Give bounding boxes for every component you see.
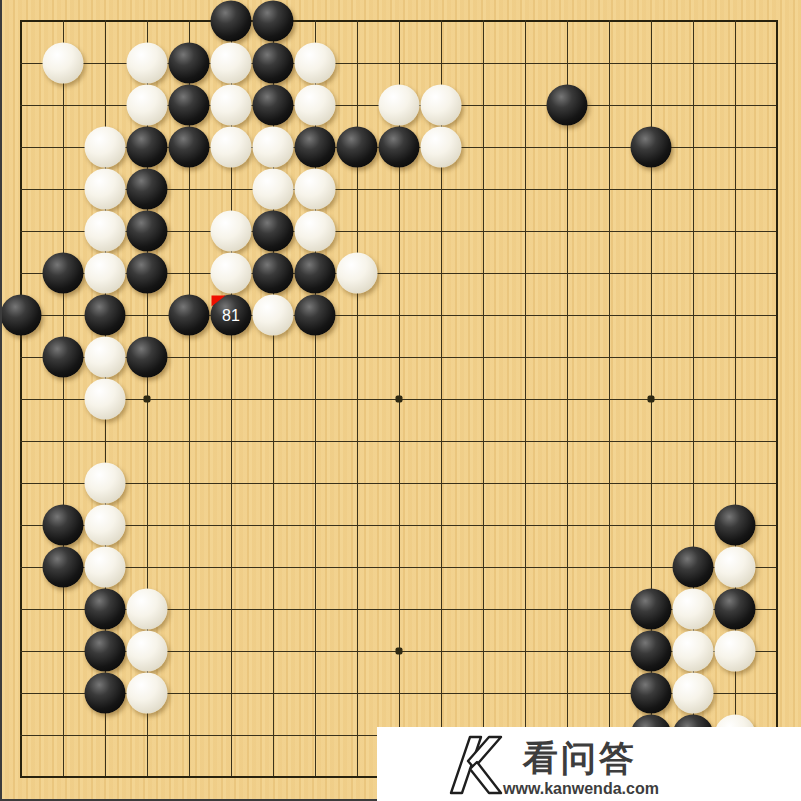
stone-black xyxy=(85,631,126,672)
stone-white xyxy=(673,673,714,714)
stone-white xyxy=(85,337,126,378)
stone-black xyxy=(631,673,672,714)
grid-line-v xyxy=(776,20,778,778)
stone-white xyxy=(85,211,126,252)
stone-black xyxy=(673,547,714,588)
stone-black xyxy=(295,127,336,168)
stone-black xyxy=(631,631,672,672)
stone-white xyxy=(295,169,336,210)
stone-white xyxy=(211,127,252,168)
stone-black xyxy=(547,85,588,126)
stone-black xyxy=(253,253,294,294)
stone-white xyxy=(421,85,462,126)
stone-black xyxy=(253,1,294,42)
stone-black xyxy=(85,589,126,630)
stone-black xyxy=(43,253,84,294)
kanwenda-logo-icon xyxy=(449,735,503,795)
stone-black xyxy=(127,211,168,252)
stone-black xyxy=(43,547,84,588)
stone-white xyxy=(85,463,126,504)
grid-line-v xyxy=(525,20,526,778)
stone-black xyxy=(715,505,756,546)
stone-black xyxy=(253,85,294,126)
star-point xyxy=(396,396,403,403)
stone-white xyxy=(43,43,84,84)
stone-white xyxy=(421,127,462,168)
stone-white xyxy=(211,43,252,84)
stone-black xyxy=(253,43,294,84)
stone-white xyxy=(715,631,756,672)
grid-line-v xyxy=(567,20,568,778)
watermark-site-url: www.kanwenda.com xyxy=(503,780,659,797)
stone-black xyxy=(169,43,210,84)
watermark: 看问答 www.kanwenda.com xyxy=(377,727,801,801)
board-edge-line-left xyxy=(0,0,2,801)
move-number-label: 81 xyxy=(211,295,252,336)
stone-white xyxy=(85,127,126,168)
stone-black xyxy=(1,295,42,336)
stone-white xyxy=(715,547,756,588)
stone-white xyxy=(85,379,126,420)
stone-black xyxy=(379,127,420,168)
grid-line-h xyxy=(20,525,778,526)
stone-white xyxy=(85,547,126,588)
grid-line-v xyxy=(609,20,610,778)
stone-white xyxy=(295,211,336,252)
go-board: 81 看问答 www.kanwenda.com xyxy=(0,0,801,801)
stone-white xyxy=(211,253,252,294)
stone-white xyxy=(127,589,168,630)
stone-white xyxy=(85,169,126,210)
stone-black xyxy=(631,589,672,630)
grid-line-h xyxy=(20,567,778,568)
stone-white xyxy=(127,673,168,714)
star-point xyxy=(648,396,655,403)
stone-black xyxy=(127,253,168,294)
grid-line-h xyxy=(20,483,778,484)
stone-black xyxy=(127,169,168,210)
star-point xyxy=(144,396,151,403)
stone-black xyxy=(295,253,336,294)
stone-white xyxy=(253,295,294,336)
stone-white xyxy=(85,505,126,546)
stone-black xyxy=(169,127,210,168)
stone-black: 81 xyxy=(211,295,252,336)
stone-white xyxy=(253,169,294,210)
stone-black xyxy=(715,589,756,630)
stone-white xyxy=(85,253,126,294)
stone-black xyxy=(43,505,84,546)
stone-black xyxy=(337,127,378,168)
stone-white xyxy=(211,85,252,126)
stone-white xyxy=(379,85,420,126)
stone-black xyxy=(169,85,210,126)
grid-line-h xyxy=(20,441,778,442)
stone-black xyxy=(169,295,210,336)
stone-black xyxy=(253,211,294,252)
stone-black xyxy=(85,295,126,336)
stone-white xyxy=(127,631,168,672)
stone-black xyxy=(85,673,126,714)
stone-white xyxy=(127,85,168,126)
stone-white xyxy=(295,85,336,126)
stone-white xyxy=(211,211,252,252)
star-point xyxy=(396,648,403,655)
stone-black xyxy=(631,127,672,168)
grid-line-v xyxy=(483,20,484,778)
stone-white xyxy=(253,127,294,168)
stone-black xyxy=(127,337,168,378)
stone-white xyxy=(295,43,336,84)
stone-black xyxy=(43,337,84,378)
watermark-site-name: 看问答 xyxy=(523,740,637,776)
stone-white xyxy=(127,43,168,84)
stone-white xyxy=(337,253,378,294)
stone-black xyxy=(127,127,168,168)
stone-white xyxy=(673,589,714,630)
stone-white xyxy=(673,631,714,672)
stone-black xyxy=(211,1,252,42)
stone-black xyxy=(295,295,336,336)
